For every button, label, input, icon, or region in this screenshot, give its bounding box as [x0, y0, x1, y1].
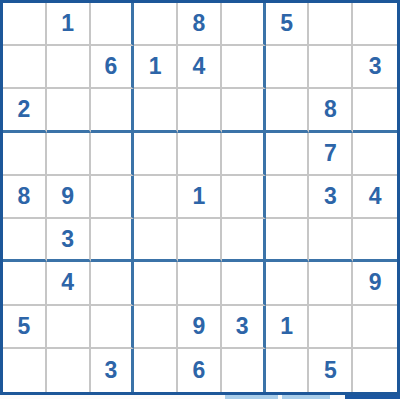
given-cell-r8c5: 9 [178, 306, 222, 349]
empty-cell-r6c8[interactable] [309, 219, 353, 262]
empty-cell-r8c3[interactable] [91, 306, 135, 349]
given-cell-r3c8: 8 [309, 89, 353, 132]
empty-cell-r1c3[interactable] [91, 3, 135, 46]
empty-cell-r5c7[interactable] [266, 176, 310, 219]
given-cell-r5c9: 4 [353, 176, 397, 219]
empty-cell-r6c9[interactable] [353, 219, 397, 262]
given-cell-r1c2: 1 [47, 3, 91, 46]
empty-cell-r7c7[interactable] [266, 262, 310, 305]
given-cell-r1c7: 5 [266, 3, 310, 46]
empty-cell-r5c6[interactable] [222, 176, 266, 219]
given-cell-r2c9: 3 [353, 46, 397, 89]
empty-cell-r9c7[interactable] [266, 349, 310, 392]
given-cell-r2c5: 4 [178, 46, 222, 89]
empty-cell-r2c8[interactable] [309, 46, 353, 89]
empty-cell-r1c9[interactable] [353, 3, 397, 46]
empty-cell-r5c3[interactable] [91, 176, 135, 219]
sudoku-board: 1856143287891343495931365 [0, 0, 400, 395]
empty-cell-r1c1[interactable] [3, 3, 47, 46]
given-cell-r4c8: 7 [309, 133, 353, 176]
artifact-segment-3 [345, 395, 400, 399]
empty-cell-r2c6[interactable] [222, 46, 266, 89]
empty-cell-r9c6[interactable] [222, 349, 266, 392]
given-cell-r7c2: 4 [47, 262, 91, 305]
given-cell-r5c5: 1 [178, 176, 222, 219]
sudoku-screen: 1856143287891343495931365 [0, 0, 400, 399]
empty-cell-r4c2[interactable] [47, 133, 91, 176]
empty-cell-r9c4[interactable] [134, 349, 178, 392]
empty-cell-r4c3[interactable] [91, 133, 135, 176]
empty-cell-r3c4[interactable] [134, 89, 178, 132]
empty-cell-r4c1[interactable] [3, 133, 47, 176]
empty-cell-r5c4[interactable] [134, 176, 178, 219]
empty-cell-r6c5[interactable] [178, 219, 222, 262]
artifact-segment-1 [225, 395, 278, 399]
empty-cell-r9c9[interactable] [353, 349, 397, 392]
given-cell-r8c1: 5 [3, 306, 47, 349]
empty-cell-r4c5[interactable] [178, 133, 222, 176]
empty-cell-r2c1[interactable] [3, 46, 47, 89]
empty-cell-r4c9[interactable] [353, 133, 397, 176]
empty-cell-r3c6[interactable] [222, 89, 266, 132]
empty-cell-r8c9[interactable] [353, 306, 397, 349]
given-cell-r9c5: 6 [178, 349, 222, 392]
empty-cell-r6c3[interactable] [91, 219, 135, 262]
empty-cell-r1c8[interactable] [309, 3, 353, 46]
empty-cell-r2c2[interactable] [47, 46, 91, 89]
empty-cell-r7c4[interactable] [134, 262, 178, 305]
empty-cell-r9c2[interactable] [47, 349, 91, 392]
empty-cell-r4c4[interactable] [134, 133, 178, 176]
empty-cell-r6c7[interactable] [266, 219, 310, 262]
empty-cell-r4c6[interactable] [222, 133, 266, 176]
given-cell-r2c3: 6 [91, 46, 135, 89]
empty-cell-r8c2[interactable] [47, 306, 91, 349]
given-cell-r3c1: 2 [3, 89, 47, 132]
empty-cell-r3c9[interactable] [353, 89, 397, 132]
empty-cell-r8c4[interactable] [134, 306, 178, 349]
given-cell-r5c8: 3 [309, 176, 353, 219]
given-cell-r2c4: 1 [134, 46, 178, 89]
given-cell-r5c1: 8 [3, 176, 47, 219]
empty-cell-r1c6[interactable] [222, 3, 266, 46]
given-cell-r8c6: 3 [222, 306, 266, 349]
given-cell-r9c3: 3 [91, 349, 135, 392]
empty-cell-r6c1[interactable] [3, 219, 47, 262]
empty-cell-r4c7[interactable] [266, 133, 310, 176]
given-cell-r6c2: 3 [47, 219, 91, 262]
empty-cell-r9c1[interactable] [3, 349, 47, 392]
empty-cell-r3c7[interactable] [266, 89, 310, 132]
artifact-segment-2 [282, 395, 330, 399]
empty-cell-r8c8[interactable] [309, 306, 353, 349]
given-cell-r8c7: 1 [266, 306, 310, 349]
empty-cell-r6c6[interactable] [222, 219, 266, 262]
empty-cell-r6c4[interactable] [134, 219, 178, 262]
empty-cell-r7c3[interactable] [91, 262, 135, 305]
empty-cell-r7c8[interactable] [309, 262, 353, 305]
empty-cell-r2c7[interactable] [266, 46, 310, 89]
empty-cell-r3c5[interactable] [178, 89, 222, 132]
empty-cell-r7c1[interactable] [3, 262, 47, 305]
given-cell-r9c8: 5 [309, 349, 353, 392]
empty-cell-r3c3[interactable] [91, 89, 135, 132]
given-cell-r1c5: 8 [178, 3, 222, 46]
empty-cell-r1c4[interactable] [134, 3, 178, 46]
cropped-ui-artifact-strip [0, 395, 400, 399]
empty-cell-r7c5[interactable] [178, 262, 222, 305]
given-cell-r7c9: 9 [353, 262, 397, 305]
empty-cell-r3c2[interactable] [47, 89, 91, 132]
given-cell-r5c2: 9 [47, 176, 91, 219]
empty-cell-r7c6[interactable] [222, 262, 266, 305]
